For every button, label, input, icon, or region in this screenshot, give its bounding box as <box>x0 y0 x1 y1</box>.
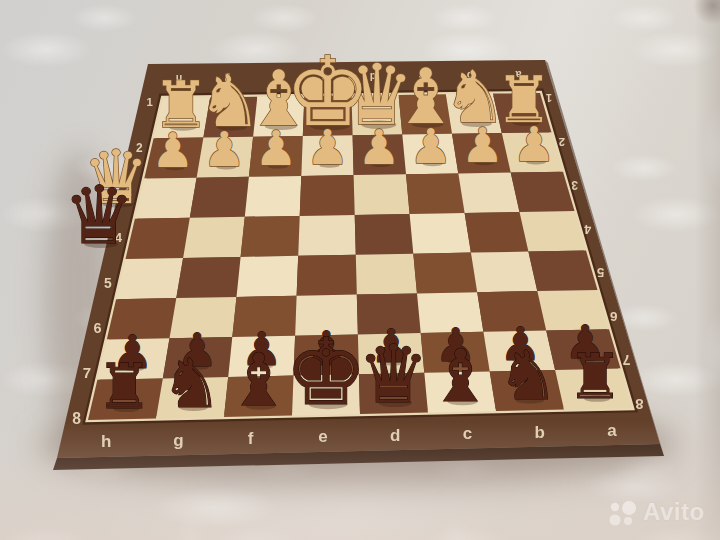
piece-white-pawn-f2: ♟ <box>254 120 297 176</box>
square-a5 <box>528 251 597 292</box>
square-g4 <box>183 217 245 258</box>
piece-white-pawn-d2: ♟ <box>358 119 401 175</box>
square-e3 <box>300 175 355 216</box>
file-label-bottom-e: e <box>318 427 327 446</box>
rank-label-right-7: 7 <box>623 352 631 368</box>
file-label-bottom-h: h <box>101 432 111 451</box>
rank-label-right-4: 4 <box>584 222 591 236</box>
square-f5 <box>237 256 299 297</box>
square-h4 <box>126 218 190 259</box>
piece-black-king-e8: ♚ <box>285 319 367 426</box>
rank-label-right-3: 3 <box>571 178 578 192</box>
square-d5 <box>356 254 417 295</box>
file-label-bottom-b: b <box>535 423 545 442</box>
square-b5 <box>471 252 537 293</box>
piece-black-bishop-f8: ♝ <box>227 338 292 422</box>
rank-label-left-7: 7 <box>83 364 91 381</box>
square-c3 <box>406 173 465 214</box>
square-f3 <box>245 176 301 217</box>
rank-label-left-5: 5 <box>104 276 112 291</box>
piece-white-pawn-a2: ♟ <box>512 116 555 172</box>
rank-label-right-2: 2 <box>559 136 565 148</box>
piece-black-knight-g8: ♞ <box>161 344 222 423</box>
rank-label-right-5: 5 <box>597 265 604 280</box>
square-c4 <box>410 213 471 254</box>
piece-white-pawn-e2: ♟ <box>306 119 349 175</box>
square-e4 <box>298 215 356 256</box>
piece-black-extra-queen: ♛ <box>63 169 135 262</box>
file-label-bottom-c: c <box>463 424 472 443</box>
square-d3 <box>354 174 410 215</box>
chess-board: 1122334455667788hhggffeeddccbbaa♜♞♝♛♚♝♞♜… <box>0 0 720 540</box>
square-b4 <box>465 212 529 253</box>
piece-white-pawn-c2: ♟ <box>409 118 452 174</box>
watermark-text: Avito <box>643 498 705 526</box>
square-g5 <box>176 257 240 298</box>
file-label-bottom-a: a <box>607 421 617 440</box>
piece-white-pawn-b2: ♟ <box>461 117 504 173</box>
square-h5 <box>116 258 183 299</box>
piece-black-queen-d8: ♛ <box>357 328 429 421</box>
square-e5 <box>297 255 357 296</box>
piece-white-pawn-h2: ♟ <box>151 122 194 178</box>
rank-label-right-6: 6 <box>609 309 617 324</box>
file-label-bottom-f: f <box>248 429 254 448</box>
file-label-bottom-g: g <box>173 431 183 450</box>
avito-watermark: Avito <box>606 497 705 527</box>
rank-label-right-8: 8 <box>635 396 643 412</box>
square-a4 <box>520 211 587 252</box>
listing-photo: 1122334455667788hhggffeeddccbbaa♜♞♝♛♚♝♞♜… <box>0 0 720 540</box>
piece-black-rook-a8: ♜ <box>567 340 623 413</box>
piece-black-rook-h8: ♜ <box>97 350 153 423</box>
square-f4 <box>241 216 300 257</box>
piece-white-pawn-g2: ♟ <box>203 121 246 177</box>
rank-label-left-8: 8 <box>72 410 81 427</box>
file-label-bottom-d: d <box>390 426 400 445</box>
piece-black-bishop-c8: ♝ <box>428 334 493 418</box>
square-b3 <box>458 173 519 213</box>
square-d4 <box>355 214 414 255</box>
square-c5 <box>413 253 477 294</box>
rank-label-left-6: 6 <box>93 320 101 336</box>
avito-logo-icon <box>606 497 640 527</box>
piece-black-knight-b8: ♞ <box>497 336 558 415</box>
square-g3 <box>190 177 249 218</box>
